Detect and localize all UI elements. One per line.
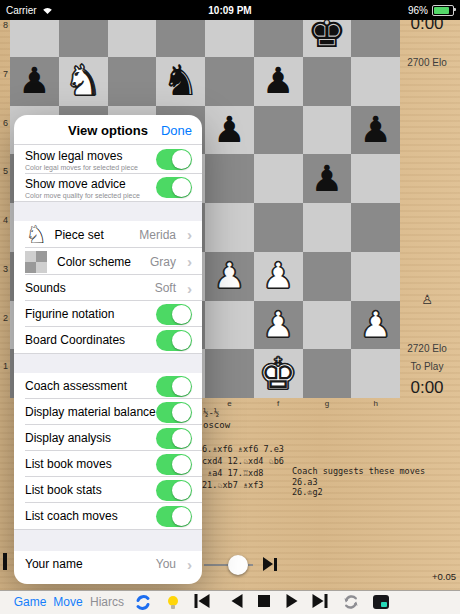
your-name-label: Your name [25,557,83,571]
section-gap [14,353,202,375]
square-e7[interactable] [205,57,254,106]
row-show-legal-moves[interactable]: Show legal moves Color legal moves for s… [14,145,202,174]
row-piece-set[interactable]: ♘ Piece set Merida › [14,221,202,248]
section-gap [14,529,202,553]
color-scheme-value: Gray [150,255,176,269]
game-position-slider-knob[interactable] [228,555,248,575]
figurine-notation-label: Figurine notation [25,307,114,321]
rank-label-5: 5 [3,166,8,176]
piece-set-label: Piece set [54,228,103,242]
square-f4[interactable] [254,203,303,252]
slider-start-bar [3,553,7,570]
file-label-h: h [351,399,400,408]
toggle-list-book-stats[interactable] [156,480,192,501]
stop-button[interactable] [258,594,270,607]
square-e6[interactable]: ♟ [205,106,254,155]
square-d7[interactable]: ♞ [156,57,205,106]
chevron-right-icon: › [187,557,192,572]
square-h1[interactable] [351,349,400,398]
clock-time: 10:09 PM [0,5,460,16]
opening-book-icon[interactable] [373,594,389,609]
sounds-value: Soft [155,281,176,295]
skip-to-start-button[interactable] [195,594,210,608]
square-g3[interactable] [303,252,352,301]
show-move-advice-label: Show move advice [25,177,140,191]
square-h7[interactable] [351,57,400,106]
black-knight-d7: ♞ [162,60,200,102]
square-g1[interactable] [303,349,352,398]
coach-suggestions: Coach suggests these moves 26.a3 26.♔g2 [292,466,425,498]
show-move-advice-subtitle: Color move quality for selected piece [25,192,140,199]
sounds-label: Sounds [25,281,66,295]
rank-label-8: 8 [3,20,8,30]
display-material-balance-label: Display material balance [25,405,156,419]
color-scheme-icon [25,251,47,273]
black-pawn-h6: ♟ [359,112,391,148]
white-pawn-h2: ♟ [359,307,391,343]
color-scheme-label: Color scheme [57,255,131,269]
row-figurine-notation[interactable]: Figurine notation [14,301,202,327]
square-f6[interactable] [254,106,303,155]
square-e4[interactable] [205,203,254,252]
view-options-dialog: View options Done Show legal moves Color… [14,115,202,584]
square-f2[interactable]: ♟ [254,301,303,350]
white-king-f1: ♚ [258,352,297,396]
toggle-board-coordinates[interactable] [156,330,192,351]
file-label-f: f [254,399,303,408]
hint-lightbulb-icon[interactable] [167,595,179,614]
to-play-label: To Play [394,361,460,372]
step-forward-button[interactable] [287,594,298,608]
square-f5[interactable] [254,154,303,203]
row-list-book-stats[interactable]: List book stats [14,477,202,503]
square-b7[interactable]: ♞ [59,57,108,106]
square-e2[interactable] [205,301,254,350]
display-analysis-label: Display analysis [25,431,111,445]
black-pawn-g5: ♟ [311,161,343,197]
step-back-button[interactable] [232,594,243,608]
square-f3[interactable]: ♟ [254,252,303,301]
square-a7[interactable]: ♟ [10,57,59,106]
square-f1[interactable]: ♚ [254,349,303,398]
battery-percent: 96% [408,5,428,16]
game-result-fragment: ½-½ [203,408,219,418]
row-display-material-balance[interactable]: Display material balance [14,399,202,425]
your-name-value: You [156,557,176,571]
list-coach-moves-label: List coach moves [25,509,118,523]
game-menu-button[interactable]: Game [14,595,47,609]
white-clock: 0:00 [394,378,460,398]
square-g5[interactable]: ♟ [303,154,352,203]
refresh-icon[interactable] [343,594,359,614]
file-label-e: e [205,399,254,408]
toggle-coach-assessment[interactable] [156,376,192,397]
toggle-show-legal-moves[interactable] [156,149,192,170]
square-e3[interactable]: ♟ [205,252,254,301]
chevron-right-icon: › [187,227,192,242]
knight-icon: ♘ [25,222,47,247]
list-book-moves-label: List book moves [25,457,112,471]
square-h4[interactable] [351,203,400,252]
square-e5[interactable] [205,154,254,203]
rank-label-1: 1 [3,361,8,371]
rank-label-4: 4 [3,215,8,225]
board-coordinates-label: Board Coordinates [25,333,125,347]
battery-icon [432,5,454,16]
show-legal-moves-subtitle: Color legal moves for selected piece [25,164,138,171]
square-h6[interactable]: ♟ [351,106,400,155]
row-your-name[interactable]: Your name You › [14,551,202,577]
toggle-figurine-notation[interactable] [156,304,192,325]
black-elo: 2700 Elo [394,57,460,68]
show-legal-moves-label: Show legal moves [25,149,138,163]
toggle-display-material-balance[interactable] [156,402,192,423]
toggle-show-move-advice[interactable] [156,177,192,198]
dialog-header: View options Done [14,115,202,145]
rank-label-7: 7 [3,69,8,79]
black-pawn-e6: ♟ [213,112,245,148]
white-pawn-e3: ♟ [213,258,245,294]
row-list-book-moves[interactable]: List book moves [14,451,202,477]
square-f7[interactable]: ♟ [254,57,303,106]
sync-icon[interactable] [135,594,152,614]
square-g7[interactable] [303,57,352,106]
skip-to-end-small-button[interactable] [263,557,277,571]
rank-label-6: 6 [3,118,8,128]
white-elo: 2720 Elo [394,343,460,354]
square-g4[interactable] [303,203,352,252]
rank-label-2: 2 [3,313,8,323]
toggle-list-coach-moves[interactable] [156,506,192,527]
row-color-scheme[interactable]: Color scheme Gray › [14,248,202,275]
black-pawn-f7: ♟ [262,63,294,99]
skip-to-end-button[interactable] [313,594,328,608]
white-knight-b7: ♞ [64,60,102,102]
row-show-move-advice[interactable]: Show move advice Color move quality for … [14,174,202,201]
coach-assessment-label: Coach assessment [25,379,127,393]
status-bar: Carrier 10:09 PM 96% [0,0,460,20]
toggle-list-book-moves[interactable] [156,454,192,475]
move-list[interactable]: 6.♗xf6 ♗xf6 7.e3 cxd4 12.♘xd4 ♘b6 ♗a4 17… [202,443,284,491]
file-label-g: g [303,399,352,408]
move-menu-button[interactable]: Move [53,595,82,609]
chevron-right-icon: › [187,281,192,296]
row-display-analysis[interactable]: Display analysis [14,425,202,451]
toggle-display-analysis[interactable] [156,428,192,449]
bottom-toolbar: Game Move Hiarcs [0,590,460,614]
engine-evaluation: +0.05 [432,571,456,582]
done-button[interactable]: Done [161,123,192,138]
material-balance-pawn-icon: ♙ [394,292,460,307]
rank-label-3: 3 [3,264,8,274]
row-board-coordinates[interactable]: Board Coordinates [14,327,202,353]
list-book-stats-label: List book stats [25,483,102,497]
black-pawn-a7: ♟ [18,63,50,99]
square-e1[interactable] [205,349,254,398]
app-background: { "game": "chess", "status_bar": { "carr… [0,0,460,614]
square-g6[interactable] [303,106,352,155]
square-h3[interactable] [351,252,400,301]
event-name-fragment: oscow [203,420,230,430]
piece-set-value: Merida [139,228,176,242]
square-h2[interactable]: ♟ [351,301,400,350]
row-list-coach-moves[interactable]: List coach moves [14,503,202,529]
square-h5[interactable] [351,154,400,203]
white-pawn-f3: ♟ [262,258,294,294]
white-pawn-f2: ♟ [262,307,294,343]
square-c7[interactable] [108,57,157,106]
row-coach-assessment[interactable]: Coach assessment [14,373,202,399]
row-sounds[interactable]: Sounds Soft › [14,275,202,301]
square-g2[interactable] [303,301,352,350]
hiarcs-menu-button[interactable]: Hiarcs [90,595,124,609]
chevron-right-icon: › [187,254,192,269]
